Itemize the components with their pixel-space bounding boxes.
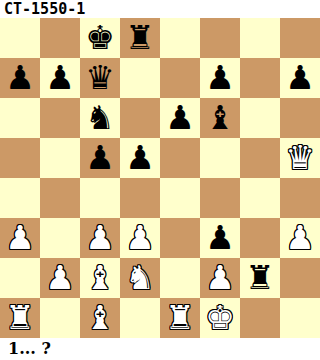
piece-white-pawn-h3[interactable]: ♟ — [280, 218, 320, 258]
piece-white-bishop-c1[interactable]: ♝ — [80, 298, 120, 338]
piece-black-pawn-c5[interactable]: ♟ — [80, 138, 120, 178]
square-b7[interactable]: ♟ — [40, 58, 80, 98]
square-c4[interactable] — [80, 178, 120, 218]
square-h5[interactable]: ♛ — [280, 138, 320, 178]
square-e8[interactable] — [160, 18, 200, 58]
square-a8[interactable] — [0, 18, 40, 58]
square-d8[interactable]: ♜ — [120, 18, 160, 58]
square-b5[interactable] — [40, 138, 80, 178]
square-a3[interactable]: ♟ — [0, 218, 40, 258]
square-e6[interactable]: ♟ — [160, 98, 200, 138]
square-f5[interactable] — [200, 138, 240, 178]
square-c7[interactable]: ♛ — [80, 58, 120, 98]
square-c6[interactable]: ♞ — [80, 98, 120, 138]
square-g7[interactable] — [240, 58, 280, 98]
square-a5[interactable] — [0, 138, 40, 178]
piece-white-king-f1[interactable]: ♚ — [200, 298, 240, 338]
piece-black-pawn-h7[interactable]: ♟ — [280, 58, 320, 98]
square-f6[interactable]: ♝ — [200, 98, 240, 138]
square-g4[interactable] — [240, 178, 280, 218]
square-h6[interactable] — [280, 98, 320, 138]
piece-black-pawn-a7[interactable]: ♟ — [0, 58, 40, 98]
square-e2[interactable] — [160, 258, 200, 298]
piece-white-rook-a1[interactable]: ♜ — [0, 298, 40, 338]
square-c3[interactable]: ♟ — [80, 218, 120, 258]
square-b2[interactable]: ♟ — [40, 258, 80, 298]
square-h2[interactable] — [280, 258, 320, 298]
piece-black-pawn-f3[interactable]: ♟ — [200, 218, 240, 258]
square-c5[interactable]: ♟ — [80, 138, 120, 178]
piece-white-bishop-c2[interactable]: ♝ — [80, 258, 120, 298]
square-g5[interactable] — [240, 138, 280, 178]
puzzle-title: CT-1550-1 — [4, 0, 85, 18]
square-a1[interactable]: ♜ — [0, 298, 40, 338]
square-g8[interactable] — [240, 18, 280, 58]
chess-board: ♚♜♟♟♛♟♟♞♟♝♟♟♛♟♟♟♟♟♟♝♞♟♜♜♝♜♚ — [0, 18, 320, 338]
square-a6[interactable] — [0, 98, 40, 138]
square-d1[interactable] — [120, 298, 160, 338]
piece-white-pawn-b2[interactable]: ♟ — [40, 258, 80, 298]
piece-black-pawn-e6[interactable]: ♟ — [160, 98, 200, 138]
square-h7[interactable]: ♟ — [280, 58, 320, 98]
square-e7[interactable] — [160, 58, 200, 98]
square-d3[interactable]: ♟ — [120, 218, 160, 258]
piece-white-queen-h5[interactable]: ♛ — [280, 138, 320, 178]
piece-black-knight-c6[interactable]: ♞ — [80, 98, 120, 138]
piece-white-pawn-a3[interactable]: ♟ — [0, 218, 40, 258]
piece-black-pawn-b7[interactable]: ♟ — [40, 58, 80, 98]
square-h4[interactable] — [280, 178, 320, 218]
square-e4[interactable] — [160, 178, 200, 218]
square-b6[interactable] — [40, 98, 80, 138]
square-f8[interactable] — [200, 18, 240, 58]
square-g1[interactable] — [240, 298, 280, 338]
square-g3[interactable] — [240, 218, 280, 258]
piece-white-pawn-c3[interactable]: ♟ — [80, 218, 120, 258]
square-f4[interactable] — [200, 178, 240, 218]
square-f3[interactable]: ♟ — [200, 218, 240, 258]
piece-black-rook-d8[interactable]: ♜ — [120, 18, 160, 58]
square-b4[interactable] — [40, 178, 80, 218]
square-a7[interactable]: ♟ — [0, 58, 40, 98]
square-h1[interactable] — [280, 298, 320, 338]
square-b1[interactable] — [40, 298, 80, 338]
square-e5[interactable] — [160, 138, 200, 178]
piece-white-pawn-d3[interactable]: ♟ — [120, 218, 160, 258]
square-g2[interactable]: ♜ — [240, 258, 280, 298]
piece-black-king-c8[interactable]: ♚ — [80, 18, 120, 58]
square-f2[interactable]: ♟ — [200, 258, 240, 298]
square-c2[interactable]: ♝ — [80, 258, 120, 298]
square-e3[interactable] — [160, 218, 200, 258]
piece-black-queen-c7[interactable]: ♛ — [80, 58, 120, 98]
piece-white-rook-e1[interactable]: ♜ — [160, 298, 200, 338]
piece-black-bishop-f6[interactable]: ♝ — [200, 98, 240, 138]
square-d6[interactable] — [120, 98, 160, 138]
square-g6[interactable] — [240, 98, 280, 138]
square-d5[interactable]: ♟ — [120, 138, 160, 178]
square-h3[interactable]: ♟ — [280, 218, 320, 258]
square-c1[interactable]: ♝ — [80, 298, 120, 338]
move-prompt: 1... ? — [8, 338, 51, 360]
square-d2[interactable]: ♞ — [120, 258, 160, 298]
square-c8[interactable]: ♚ — [80, 18, 120, 58]
square-b3[interactable] — [40, 218, 80, 258]
square-a2[interactable] — [0, 258, 40, 298]
piece-black-pawn-f7[interactable]: ♟ — [200, 58, 240, 98]
square-a4[interactable] — [0, 178, 40, 218]
square-f7[interactable]: ♟ — [200, 58, 240, 98]
square-h8[interactable] — [280, 18, 320, 58]
square-f1[interactable]: ♚ — [200, 298, 240, 338]
piece-black-pawn-d5[interactable]: ♟ — [120, 138, 160, 178]
square-d4[interactable] — [120, 178, 160, 218]
piece-black-rook-g2[interactable]: ♜ — [240, 258, 280, 298]
piece-white-knight-d2[interactable]: ♞ — [120, 258, 160, 298]
square-b8[interactable] — [40, 18, 80, 58]
square-d7[interactable] — [120, 58, 160, 98]
square-e1[interactable]: ♜ — [160, 298, 200, 338]
piece-white-pawn-f2[interactable]: ♟ — [200, 258, 240, 298]
